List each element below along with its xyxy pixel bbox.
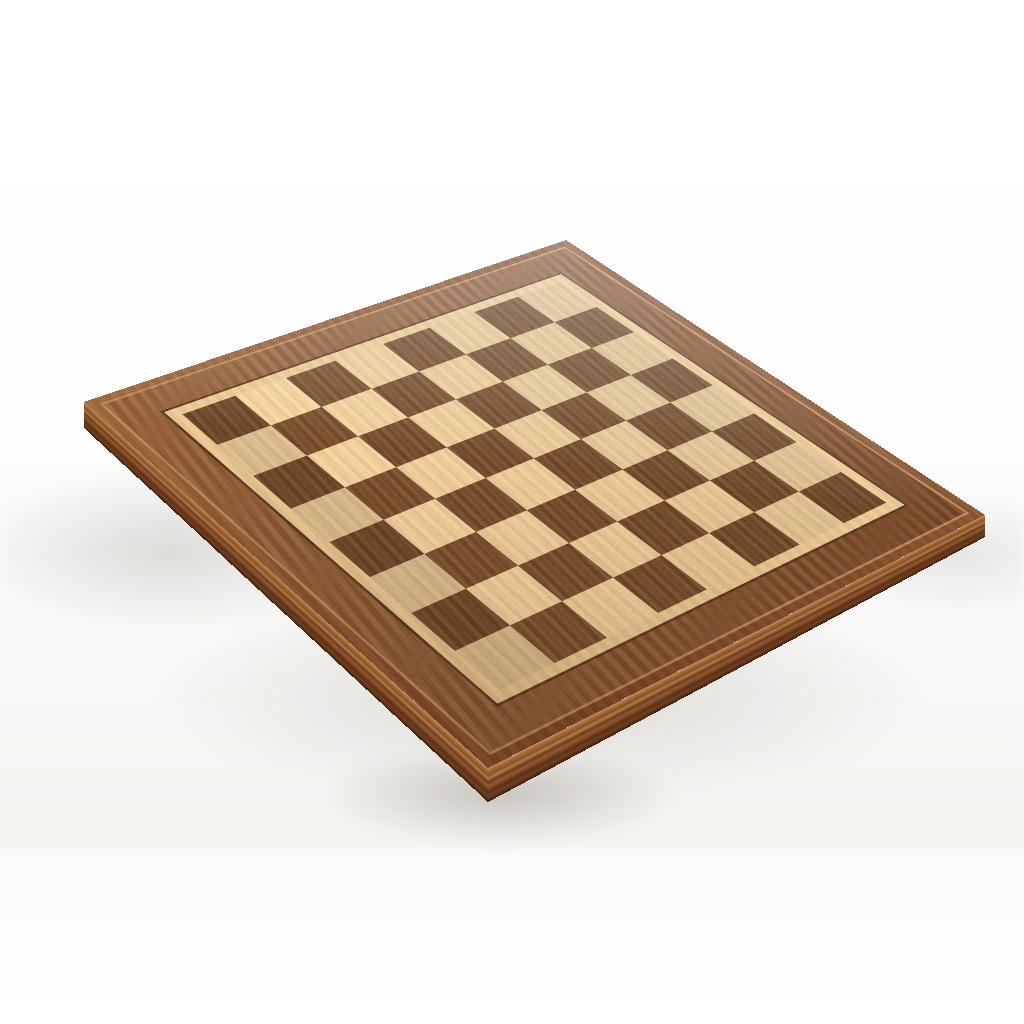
photo-backdrop	[0, 0, 1024, 1024]
